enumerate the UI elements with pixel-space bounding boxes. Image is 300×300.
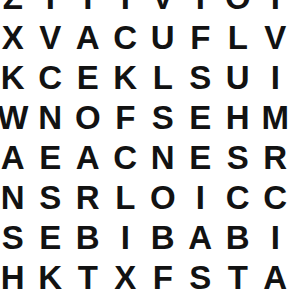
grid-cell-partial[interactable]: V [144, 0, 182, 18]
grid-cell[interactable]: C [107, 18, 145, 58]
grid-cell[interactable]: C [257, 178, 295, 218]
grid-cell[interactable]: A [257, 258, 295, 298]
grid-cell[interactable]: A [182, 218, 220, 258]
grid-cell[interactable]: C [32, 58, 70, 98]
grid-cell[interactable]: A [69, 18, 107, 58]
grid-cell[interactable]: M [257, 98, 295, 138]
grid-cell[interactable]: S [182, 58, 220, 98]
grid-cell[interactable]: L [219, 18, 257, 58]
grid-cell[interactable]: N [144, 138, 182, 178]
grid-cell[interactable]: T [69, 258, 107, 298]
grid-cell[interactable]: K [32, 258, 70, 298]
grid-cell[interactable]: L [144, 58, 182, 98]
grid-cell[interactable]: F [107, 98, 145, 138]
grid-cell[interactable]: K [107, 58, 145, 98]
grid-cell[interactable]: S [219, 138, 257, 178]
grid-cell[interactable]: C [219, 178, 257, 218]
word-search-board: ZITIVTOIXVACUFLVKCEKLSUIWNOFSEHMAEACNESR… [0, 0, 300, 300]
grid-cell[interactable]: F [182, 18, 220, 58]
grid-cell[interactable]: E [182, 138, 220, 178]
grid-cell[interactable]: U [144, 18, 182, 58]
grid-cell-partial[interactable]: I [32, 0, 70, 18]
grid-cell[interactable]: W [0, 98, 32, 138]
grid-cell[interactable]: L [107, 178, 145, 218]
grid-cell[interactable]: S [32, 178, 70, 218]
grid-cell-partial[interactable]: I [257, 0, 295, 18]
grid-cell[interactable]: F [144, 258, 182, 298]
grid-cell[interactable]: B [69, 218, 107, 258]
grid-cell[interactable]: I [257, 218, 295, 258]
grid-cell[interactable]: X [107, 258, 145, 298]
grid-cell[interactable]: S [144, 98, 182, 138]
grid-cell[interactable]: S [0, 218, 32, 258]
grid-cell[interactable]: O [69, 98, 107, 138]
grid-cell[interactable]: E [32, 218, 70, 258]
word-search-grid: ZITIVTOIXVACUFLVKCEKLSUIWNOFSEHMAEACNESR… [0, 0, 294, 298]
grid-cell[interactable]: H [219, 98, 257, 138]
grid-cell[interactable]: I [182, 178, 220, 218]
grid-cell[interactable]: I [257, 58, 295, 98]
grid-cell[interactable]: K [0, 58, 32, 98]
grid-cell-partial[interactable]: T [69, 0, 107, 18]
grid-cell[interactable]: A [69, 138, 107, 178]
grid-cell[interactable]: R [257, 138, 295, 178]
grid-cell[interactable]: N [32, 98, 70, 138]
grid-cell[interactable]: I [107, 218, 145, 258]
grid-cell-partial[interactable]: O [219, 0, 257, 18]
grid-cell[interactable]: C [107, 138, 145, 178]
grid-cell-partial[interactable]: Z [0, 0, 32, 18]
grid-cell[interactable]: N [0, 178, 32, 218]
grid-cell[interactable]: E [32, 138, 70, 178]
grid-cell[interactable]: V [32, 18, 70, 58]
grid-cell[interactable]: X [0, 18, 32, 58]
grid-cell[interactable]: E [182, 98, 220, 138]
grid-cell-partial[interactable]: T [182, 0, 220, 18]
grid-cell[interactable]: B [144, 218, 182, 258]
grid-cell[interactable]: B [219, 218, 257, 258]
grid-cell[interactable]: S [182, 258, 220, 298]
grid-cell[interactable]: T [219, 258, 257, 298]
grid-cell[interactable]: A [0, 138, 32, 178]
grid-cell[interactable]: U [219, 58, 257, 98]
grid-cell[interactable]: E [69, 58, 107, 98]
grid-cell[interactable]: H [0, 258, 32, 298]
grid-cell[interactable]: V [257, 18, 295, 58]
grid-cell[interactable]: O [144, 178, 182, 218]
grid-cell[interactable]: R [69, 178, 107, 218]
grid-cell-partial[interactable]: I [107, 0, 145, 18]
